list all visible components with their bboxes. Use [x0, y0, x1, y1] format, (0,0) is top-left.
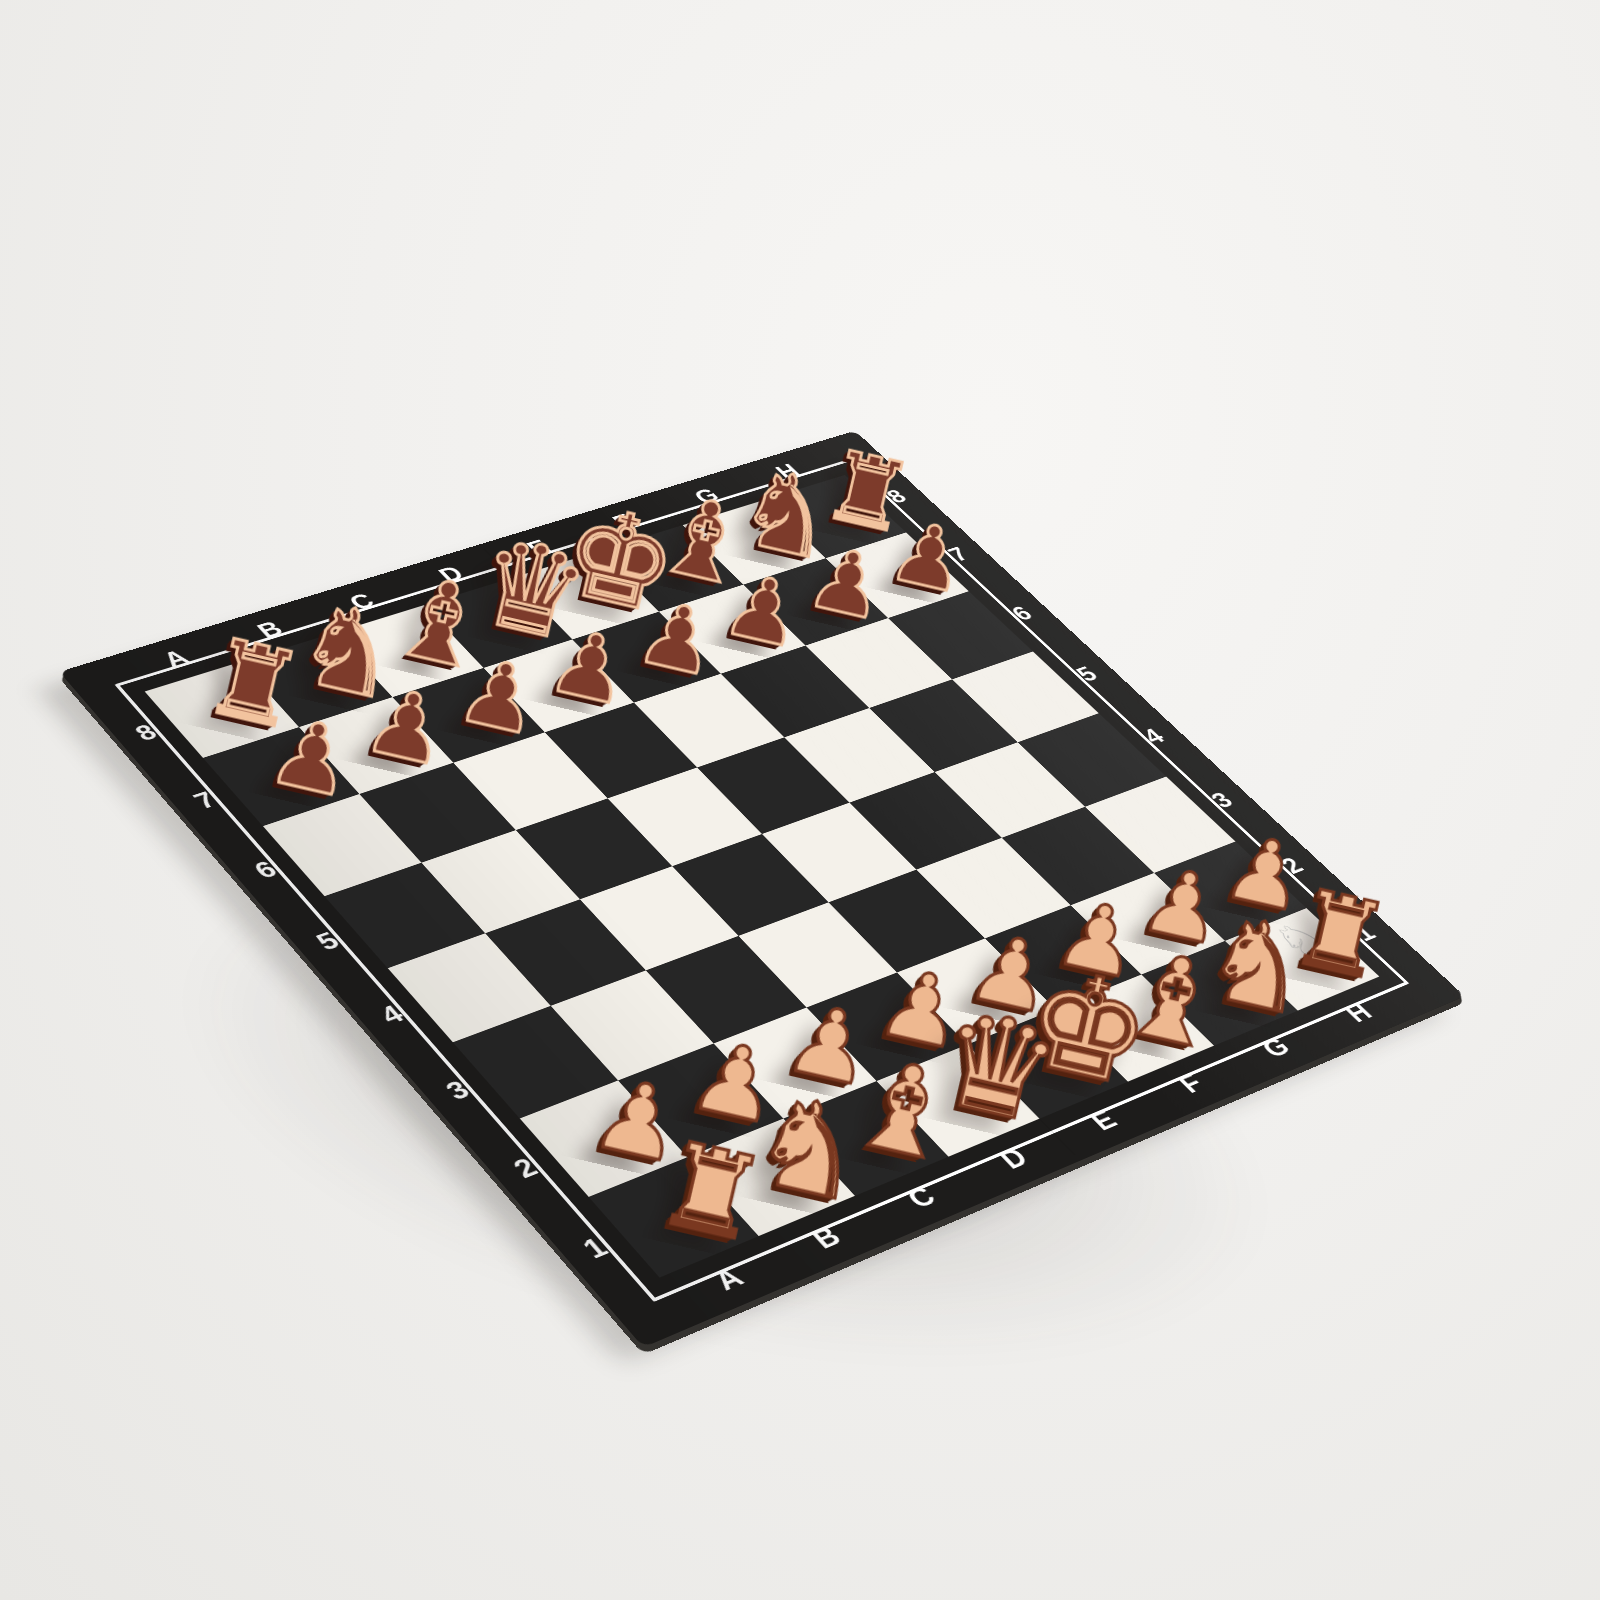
- photo-backdrop: ♘ ABCDEFGH ABCDEFGH 87654321 87654321 ♜♞…: [0, 0, 1600, 1600]
